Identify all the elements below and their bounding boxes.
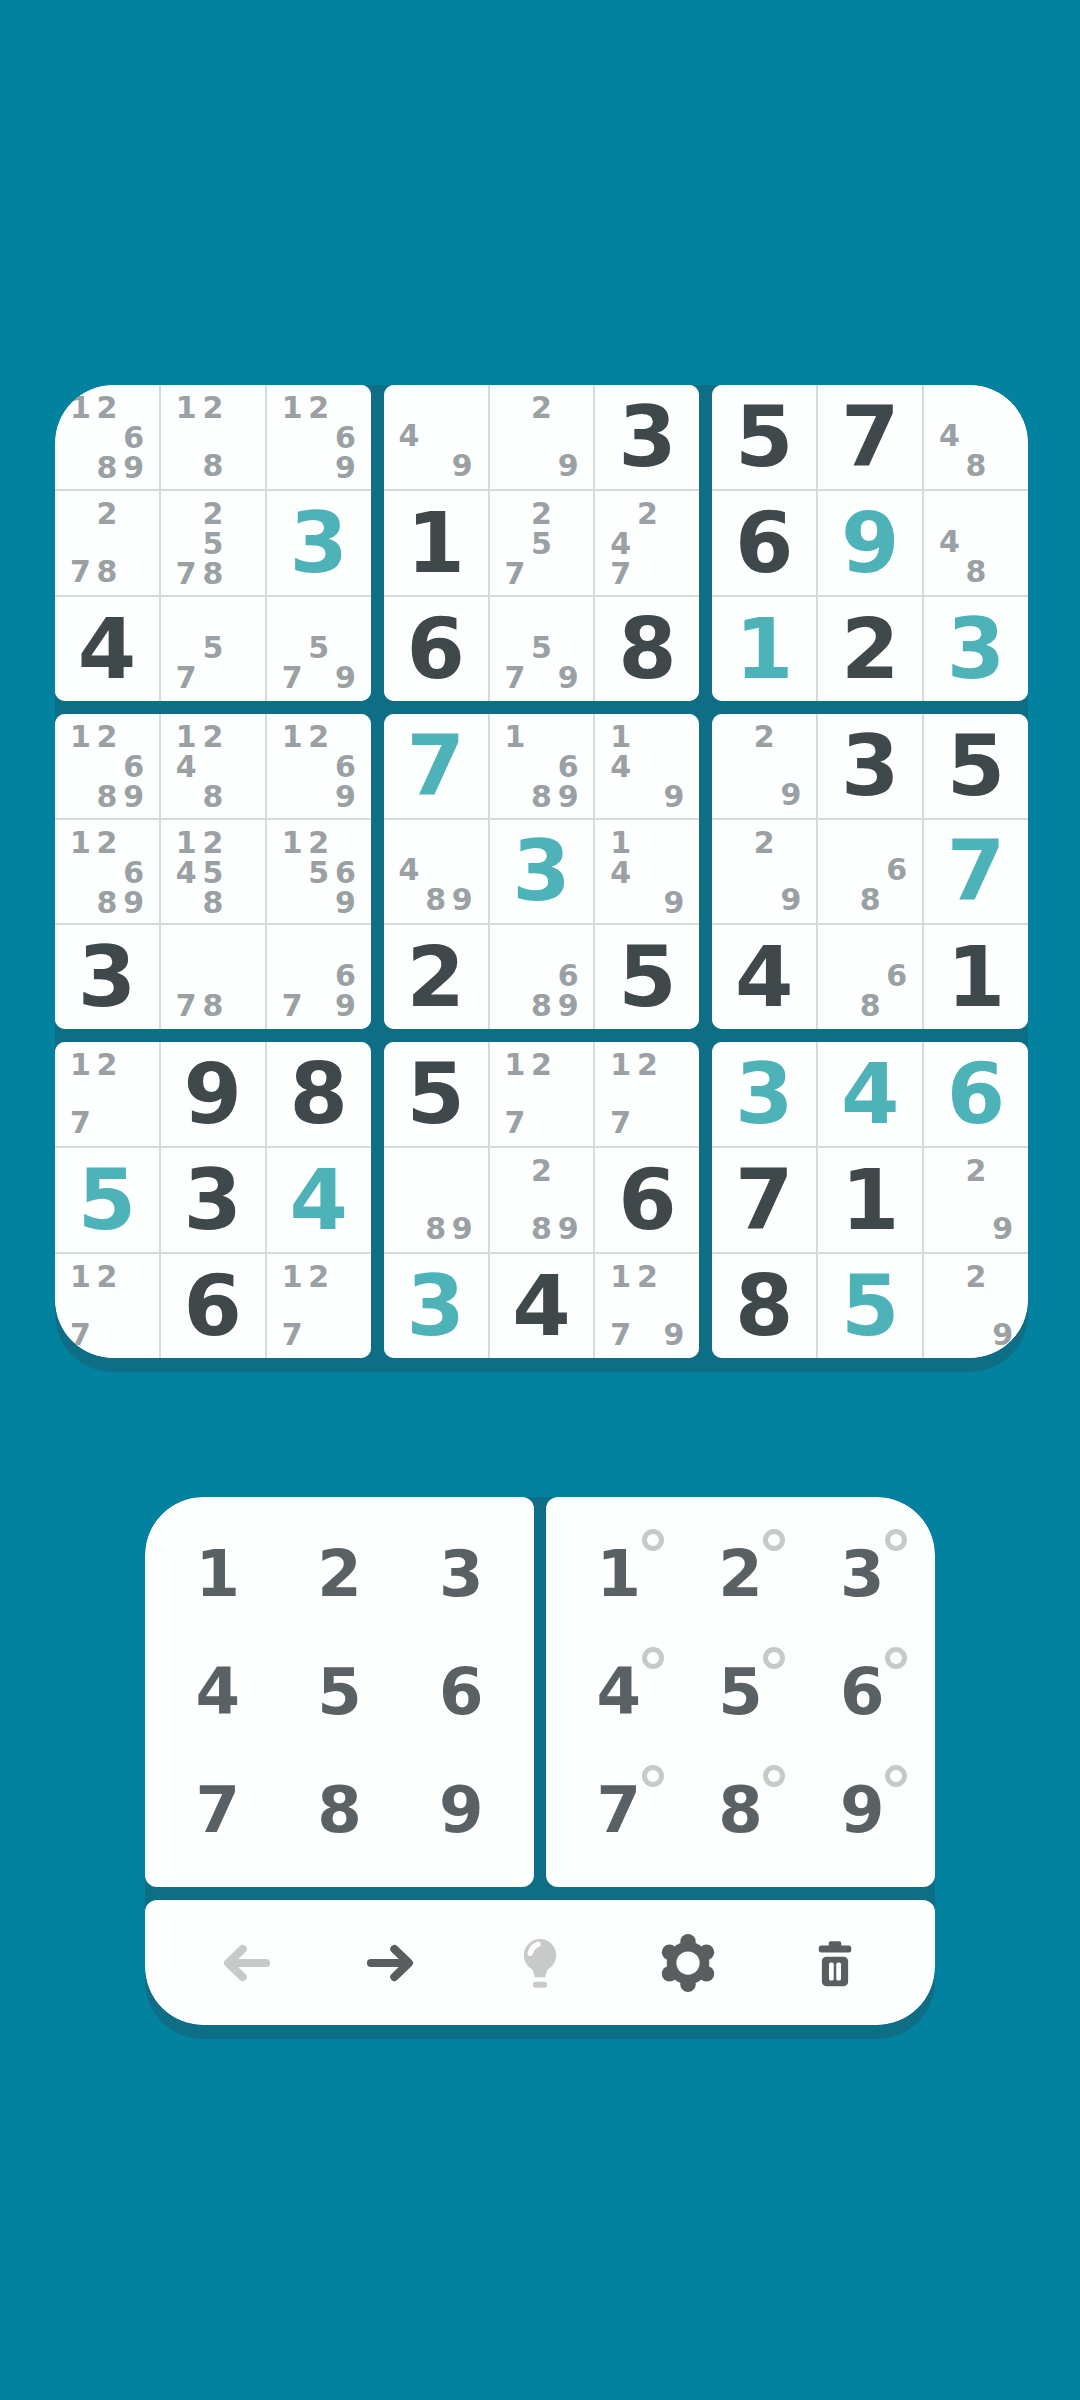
cell-r6c3[interactable]: 679 [267, 925, 371, 1029]
cell-r7c6[interactable]: 127 [595, 1042, 699, 1146]
trash-icon [805, 1932, 865, 1994]
pencil-mark-2: 2 [94, 1050, 121, 1080]
numpad-pencil-key-8[interactable]: 8 [680, 1751, 802, 1869]
cell-value: 5 [406, 1052, 464, 1136]
cell-r2c6[interactable]: 247 [595, 491, 699, 595]
pencil-ring-icon [885, 1529, 907, 1551]
pencil-mark-1: 1 [67, 1050, 94, 1080]
pencil-mark-9: 9 [120, 888, 147, 918]
cell-value: 4 [289, 1158, 347, 1242]
pencil-mark-9: 9 [120, 453, 147, 483]
pencil-mark-2: 2 [305, 828, 332, 858]
cell-r5c6[interactable]: 149 [595, 820, 699, 924]
pencil-marks: 57 [173, 605, 253, 693]
cell-r7c3[interactable]: 8 [267, 1042, 371, 1146]
cell-r4c9[interactable]: 5 [924, 714, 1028, 818]
cell-r9c1[interactable]: 127 [55, 1254, 159, 1358]
pencil-mark-7: 7 [67, 1320, 94, 1350]
box-5: 71689149489314926895 [384, 714, 700, 1030]
key-digit: 5 [317, 1655, 362, 1729]
cell-value: 2 [406, 935, 464, 1019]
cell-r9c2[interactable]: 6 [161, 1254, 265, 1358]
cell-r2c1[interactable]: 278 [55, 491, 159, 595]
arrow-left-icon [214, 1935, 276, 1991]
pencil-mark-7: 7 [279, 991, 306, 1021]
cell-value: 3 [618, 395, 676, 479]
pencil-mark-9: 9 [449, 1214, 476, 1244]
pencil-mark-1: 1 [67, 722, 94, 752]
cell-value: 9 [184, 1052, 242, 1136]
pencil-ring-icon [642, 1765, 664, 1787]
pencil-mark-4: 4 [607, 529, 634, 559]
numpad-normal: 123456789 [145, 1497, 534, 1887]
pencil-marks: 149 [607, 722, 687, 810]
numpad-normal-key-3[interactable]: 3 [400, 1515, 522, 1633]
pencil-mark-2: 2 [94, 722, 121, 752]
pencil-marks: 247 [607, 499, 687, 587]
pencil-mark-9: 9 [449, 451, 476, 481]
box-7: 127985341276127 [55, 1042, 371, 1358]
cell-r4c8[interactable]: 3 [818, 714, 922, 818]
pencil-marks: 12689 [67, 828, 147, 916]
cell-r2c4[interactable]: 1 [384, 491, 488, 595]
cell-r8c2[interactable]: 3 [161, 1148, 265, 1252]
pencil-ring-icon [885, 1765, 907, 1787]
pencil-mark-2: 2 [528, 499, 555, 529]
pencil-marks: 12569 [279, 828, 359, 916]
pencil-marks: 489 [396, 828, 476, 916]
pencil-marks: 12689 [67, 722, 147, 810]
pencil-marks: 29 [724, 722, 804, 810]
pencil-mark-4: 4 [607, 752, 634, 782]
cell-r3c6[interactable]: 8 [595, 597, 699, 701]
cell-r1c7[interactable]: 5 [712, 385, 816, 489]
cell-r6c5[interactable]: 689 [490, 925, 594, 1029]
key-digit: 1 [597, 1537, 642, 1611]
cell-value: 4 [78, 607, 136, 691]
pencil-mark-8: 8 [963, 557, 990, 587]
cell-value: 3 [184, 1158, 242, 1242]
cell-r2c9[interactable]: 48 [924, 491, 1028, 595]
numpad-normal-key-9[interactable]: 9 [400, 1751, 522, 1869]
pencil-marks: 278 [67, 499, 147, 587]
key-digit: 8 [317, 1773, 362, 1847]
numpad-normal-key-4[interactable]: 4 [157, 1633, 279, 1751]
pencil-ring-icon [763, 1529, 785, 1551]
pencil-mark-6: 6 [555, 752, 582, 782]
key-digit: 9 [840, 1773, 885, 1847]
pencil-marks: 127 [502, 1050, 582, 1138]
cell-r3c3[interactable]: 579 [267, 597, 371, 701]
cell-r8c9[interactable]: 29 [924, 1148, 1028, 1252]
pencil-mark-4: 4 [607, 858, 634, 888]
key-digit: 2 [317, 1537, 362, 1611]
pencil-marks: 89 [396, 1156, 476, 1244]
pencil-mark-5: 5 [200, 529, 227, 559]
pencil-mark-1: 1 [67, 1262, 94, 1292]
cell-value: 8 [289, 1052, 347, 1136]
delete-button[interactable] [799, 1927, 871, 1999]
cell-r3c5[interactable]: 579 [490, 597, 594, 701]
cell-r2c3[interactable]: 3 [267, 491, 371, 595]
cell-r6c7[interactable]: 4 [712, 925, 816, 1029]
pencil-mark-6: 6 [120, 423, 147, 453]
cell-value: 7 [947, 829, 1005, 913]
cell-r2c7[interactable]: 6 [712, 491, 816, 595]
cell-r6c2[interactable]: 78 [161, 925, 265, 1029]
box-8: 5127127892896341279 [384, 1042, 700, 1358]
pencil-mark-7: 7 [607, 559, 634, 589]
cell-value: 5 [78, 1158, 136, 1242]
pencil-mark-6: 6 [332, 961, 359, 991]
pencil-mark-7: 7 [607, 1320, 634, 1350]
pencil-mark-8: 8 [963, 451, 990, 481]
cell-r8c3[interactable]: 4 [267, 1148, 371, 1252]
pencil-marks: 2578 [173, 499, 253, 587]
pencil-mark-2: 2 [305, 393, 332, 423]
key-digit: 3 [840, 1537, 885, 1611]
cell-r6c1[interactable]: 3 [55, 925, 159, 1029]
pencil-mark-6: 6 [332, 423, 359, 453]
pencil-mark-9: 9 [332, 663, 359, 693]
cell-value: 5 [947, 724, 1005, 808]
pencil-mark-4: 4 [396, 855, 423, 885]
pencil-mark-9: 9 [555, 991, 582, 1021]
numpad-pencil-key-6[interactable]: 6 [801, 1633, 923, 1751]
settings-button[interactable] [652, 1927, 724, 1999]
pencil-mark-7: 7 [173, 663, 200, 693]
pencil-marks: 29 [936, 1156, 1016, 1244]
pencil-ring-icon [642, 1529, 664, 1551]
pencil-marks: 127 [607, 1050, 687, 1138]
box-1: 12689128126927825783457579 [55, 385, 371, 701]
numpad-pencil: 123456789 [546, 1497, 935, 1887]
pencil-mark-9: 9 [332, 453, 359, 483]
cell-value: 5 [735, 395, 793, 479]
cell-r9c3[interactable]: 127 [267, 1254, 371, 1358]
numpad-pencil-key-1[interactable]: 1 [558, 1515, 680, 1633]
pencil-mark-5: 5 [528, 633, 555, 663]
cell-r5c8[interactable]: 68 [818, 820, 922, 924]
pencil-marks: 1689 [502, 722, 582, 810]
pencil-mark-2: 2 [305, 1262, 332, 1292]
cell-r1c3[interactable]: 1269 [267, 385, 371, 489]
key-digit: 6 [439, 1655, 484, 1729]
pencil-mark-1: 1 [173, 722, 200, 752]
pencil-mark-6: 6 [332, 858, 359, 888]
pencil-mark-2: 2 [305, 722, 332, 752]
cell-r3c9[interactable]: 3 [924, 597, 1028, 701]
cell-r5c9[interactable]: 7 [924, 820, 1028, 924]
pencil-mark-2: 2 [963, 1262, 990, 1292]
pencil-ring-icon [885, 1647, 907, 1669]
pencil-marks: 679 [279, 933, 359, 1021]
pencil-mark-9: 9 [555, 451, 582, 481]
box-6: 2935296874681 [712, 714, 1028, 1030]
sudoku-screen: 1268912812692782578345757949293125724765… [0, 0, 1080, 2400]
pencil-mark-6: 6 [883, 855, 910, 885]
cell-r7c7[interactable]: 3 [712, 1042, 816, 1146]
cell-value: 6 [735, 501, 793, 585]
cell-value: 6 [947, 1052, 1005, 1136]
cell-r6c4[interactable]: 2 [384, 925, 488, 1029]
cell-r4c3[interactable]: 1269 [267, 714, 371, 818]
pencil-mark-5: 5 [200, 633, 227, 663]
cell-r9c6[interactable]: 1279 [595, 1254, 699, 1358]
cell-r7c4[interactable]: 5 [384, 1042, 488, 1146]
pencil-mark-9: 9 [332, 991, 359, 1021]
pencil-mark-8: 8 [94, 888, 121, 918]
cell-value: 6 [618, 1158, 676, 1242]
cell-r8c1[interactable]: 5 [55, 1148, 159, 1252]
cell-r3c8[interactable]: 2 [818, 597, 922, 701]
pencil-marks: 127 [67, 1050, 147, 1138]
pencil-mark-8: 8 [200, 451, 227, 481]
cell-r1c5[interactable]: 29 [490, 385, 594, 489]
cell-r2c8[interactable]: 9 [818, 491, 922, 595]
pencil-mark-8: 8 [857, 885, 884, 915]
pencil-mark-2: 2 [200, 828, 227, 858]
cell-r3c2[interactable]: 57 [161, 597, 265, 701]
pencil-mark-2: 2 [528, 393, 555, 423]
key-digit: 5 [718, 1655, 763, 1729]
pencil-marks: 1248 [173, 722, 253, 810]
cell-r1c2[interactable]: 128 [161, 385, 265, 489]
numpad-pencil-key-3[interactable]: 3 [801, 1515, 923, 1633]
pencil-mark-9: 9 [778, 885, 805, 915]
cell-r5c3[interactable]: 12569 [267, 820, 371, 924]
pencil-ring-icon [642, 1647, 664, 1669]
pencil-mark-1: 1 [607, 1262, 634, 1292]
pencil-mark-6: 6 [883, 961, 910, 991]
pencil-mark-2: 2 [634, 1262, 661, 1292]
numpad-normal-key-6[interactable]: 6 [400, 1633, 522, 1751]
undo-button[interactable] [209, 1927, 281, 1999]
pencil-mark-8: 8 [422, 885, 449, 915]
cell-value: 3 [841, 724, 899, 808]
pencil-mark-8: 8 [94, 557, 121, 587]
cell-value: 4 [841, 1052, 899, 1136]
cell-r3c7[interactable]: 1 [712, 597, 816, 701]
pencil-mark-4: 4 [936, 421, 963, 451]
cell-value: 3 [512, 829, 570, 913]
numpad-pencil-key-7[interactable]: 7 [558, 1751, 680, 1869]
pencil-marks: 48 [936, 499, 1016, 587]
cell-r6c6[interactable]: 5 [595, 925, 699, 1029]
pencil-marks: 49 [396, 393, 476, 481]
pencil-mark-1: 1 [279, 828, 306, 858]
numpad-pencil-key-9[interactable]: 9 [801, 1751, 923, 1869]
cell-value: 6 [184, 1264, 242, 1348]
cell-value: 7 [841, 395, 899, 479]
pencil-marks: 579 [279, 605, 359, 693]
pencil-mark-7: 7 [173, 991, 200, 1021]
pencil-mark-9: 9 [449, 885, 476, 915]
pencil-mark-1: 1 [173, 828, 200, 858]
pencil-mark-6: 6 [555, 961, 582, 991]
cell-r4c5[interactable]: 1689 [490, 714, 594, 818]
cell-value: 2 [841, 607, 899, 691]
box-2: 49293125724765798 [384, 385, 700, 701]
cell-r4c2[interactable]: 1248 [161, 714, 265, 818]
cell-value: 1 [947, 935, 1005, 1019]
pencil-mark-2: 2 [634, 1050, 661, 1080]
pencil-ring-icon [763, 1765, 785, 1787]
numpad-pencil-key-5[interactable]: 5 [680, 1633, 802, 1751]
cell-r6c9[interactable]: 1 [924, 925, 1028, 1029]
pencil-mark-9: 9 [555, 663, 582, 693]
cell-r7c9[interactable]: 6 [924, 1042, 1028, 1146]
gear-icon [657, 1932, 719, 1994]
pencil-mark-1: 1 [502, 722, 529, 752]
pencil-mark-9: 9 [332, 888, 359, 918]
pencil-mark-8: 8 [200, 559, 227, 589]
cell-r7c5[interactable]: 127 [490, 1042, 594, 1146]
numpad-normal-key-8[interactable]: 8 [279, 1751, 401, 1869]
cell-r9c8[interactable]: 5 [818, 1254, 922, 1358]
pencil-mark-9: 9 [661, 888, 688, 918]
pencil-mark-4: 4 [173, 752, 200, 782]
cell-value: 6 [406, 607, 464, 691]
cell-r8c5[interactable]: 289 [490, 1148, 594, 1252]
numpad-normal-key-1[interactable]: 1 [157, 1515, 279, 1633]
cell-r4c1[interactable]: 12689 [55, 714, 159, 818]
pencil-mark-1: 1 [607, 828, 634, 858]
pencil-mark-8: 8 [857, 991, 884, 1021]
pencil-mark-2: 2 [200, 393, 227, 423]
numpad-pencil-key-2[interactable]: 2 [680, 1515, 802, 1633]
pencil-marks: 149 [607, 828, 687, 916]
cell-r4c7[interactable]: 29 [712, 714, 816, 818]
numpad-normal-key-2[interactable]: 2 [279, 1515, 401, 1633]
pencil-mark-9: 9 [332, 782, 359, 812]
cell-r5c2[interactable]: 12458 [161, 820, 265, 924]
lightbulb-icon [509, 1932, 571, 1994]
cell-r5c4[interactable]: 489 [384, 820, 488, 924]
pencil-mark-7: 7 [173, 559, 200, 589]
pencil-mark-2: 2 [200, 722, 227, 752]
toolbar [145, 1900, 935, 2025]
cell-r2c5[interactable]: 257 [490, 491, 594, 595]
cell-value: 3 [947, 607, 1005, 691]
pencil-marks: 1269 [279, 722, 359, 810]
pencil-mark-7: 7 [502, 1108, 529, 1138]
pencil-marks: 257 [502, 499, 582, 587]
pencil-mark-9: 9 [661, 1320, 688, 1350]
pencil-marks: 68 [830, 933, 910, 1021]
cell-value: 3 [78, 935, 136, 1019]
cell-r1c9[interactable]: 48 [924, 385, 1028, 489]
pencil-marks: 12458 [173, 828, 253, 916]
pencil-mark-2: 2 [751, 828, 778, 858]
pencil-mark-9: 9 [120, 782, 147, 812]
pencil-marks: 579 [502, 605, 582, 693]
cell-r6c8[interactable]: 68 [818, 925, 922, 1029]
cell-value: 7 [735, 1158, 793, 1242]
input-panel: 123456789 123456789 [145, 1497, 935, 2025]
cell-r8c4[interactable]: 89 [384, 1148, 488, 1252]
cell-r9c5[interactable]: 4 [490, 1254, 594, 1358]
cell-value: 1 [406, 501, 464, 585]
cell-value: 1 [735, 607, 793, 691]
pencil-mark-8: 8 [528, 782, 555, 812]
pencil-mark-9: 9 [555, 1214, 582, 1244]
cell-r3c4[interactable]: 6 [384, 597, 488, 701]
cell-r7c2[interactable]: 9 [161, 1042, 265, 1146]
pencil-mark-1: 1 [502, 1050, 529, 1080]
cell-r4c6[interactable]: 149 [595, 714, 699, 818]
key-digit: 4 [597, 1655, 642, 1729]
pencil-marks: 29 [724, 828, 804, 916]
pencil-mark-2: 2 [94, 393, 121, 423]
cell-value: 7 [406, 724, 464, 808]
box-9: 34671298529 [712, 1042, 1028, 1358]
numpad-normal-key-5[interactable]: 5 [279, 1633, 401, 1751]
pencil-mark-9: 9 [989, 1320, 1016, 1350]
cell-value: 8 [735, 1264, 793, 1348]
cell-r1c6[interactable]: 3 [595, 385, 699, 489]
pencil-mark-6: 6 [332, 752, 359, 782]
cell-r4c4[interactable]: 7 [384, 714, 488, 818]
cell-r1c1[interactable]: 12689 [55, 385, 159, 489]
pencil-mark-1: 1 [173, 393, 200, 423]
numpad-normal-key-7[interactable]: 7 [157, 1751, 279, 1869]
cell-r9c7[interactable]: 8 [712, 1254, 816, 1358]
pencil-marks: 128 [173, 393, 253, 481]
cell-r9c9[interactable]: 29 [924, 1254, 1028, 1358]
pencil-mark-6: 6 [120, 858, 147, 888]
cell-r7c8[interactable]: 4 [818, 1042, 922, 1146]
cell-r1c8[interactable]: 7 [818, 385, 922, 489]
pencil-mark-9: 9 [778, 780, 805, 810]
cell-r8c6[interactable]: 6 [595, 1148, 699, 1252]
key-digit: 9 [439, 1773, 484, 1847]
pencil-mark-1: 1 [67, 393, 94, 423]
cell-value: 4 [512, 1264, 570, 1348]
numpad-pencil-key-4[interactable]: 4 [558, 1633, 680, 1751]
cell-r5c1[interactable]: 12689 [55, 820, 159, 924]
numpad-row: 123456789 123456789 [145, 1497, 935, 1887]
pencil-mark-1: 1 [607, 722, 634, 752]
pencil-mark-2: 2 [94, 1262, 121, 1292]
pencil-mark-7: 7 [67, 557, 94, 587]
cell-r1c4[interactable]: 49 [384, 385, 488, 489]
cell-value: 9 [841, 501, 899, 585]
pencil-marks: 68 [830, 828, 910, 916]
cell-r3c1[interactable]: 4 [55, 597, 159, 701]
pencil-mark-7: 7 [67, 1108, 94, 1138]
pencil-marks: 289 [502, 1156, 582, 1244]
cell-r8c8[interactable]: 1 [818, 1148, 922, 1252]
pencil-mark-2: 2 [94, 499, 121, 529]
cell-r5c7[interactable]: 29 [712, 820, 816, 924]
hint-button[interactable] [504, 1927, 576, 1999]
key-digit: 8 [718, 1773, 763, 1847]
redo-button[interactable] [356, 1927, 428, 1999]
pencil-mark-2: 2 [528, 1156, 555, 1186]
cell-r9c4[interactable]: 3 [384, 1254, 488, 1358]
cell-r7c1[interactable]: 127 [55, 1042, 159, 1146]
arrow-right-icon [361, 1935, 423, 1991]
cell-r8c7[interactable]: 7 [712, 1148, 816, 1252]
pencil-ring-icon [763, 1647, 785, 1669]
cell-value: 3 [289, 501, 347, 585]
pencil-mark-1: 1 [279, 722, 306, 752]
pencil-mark-5: 5 [305, 858, 332, 888]
pencil-marks: 127 [67, 1262, 147, 1350]
cell-r2c2[interactable]: 2578 [161, 491, 265, 595]
cell-r5c5[interactable]: 3 [490, 820, 594, 924]
